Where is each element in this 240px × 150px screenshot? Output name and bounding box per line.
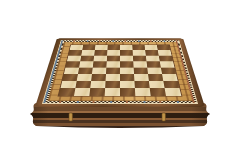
square-a2	[61, 81, 77, 88]
inlay-line	[42, 40, 198, 104]
square-h3	[162, 74, 178, 81]
square-c3	[91, 74, 106, 81]
square-e2	[120, 81, 135, 88]
square-g3	[148, 74, 163, 81]
square-f2	[134, 81, 149, 88]
square-c1	[89, 88, 105, 96]
walnut-frame	[35, 38, 205, 107]
square-f1	[135, 88, 151, 96]
square-d2	[105, 81, 120, 88]
square-e3	[120, 74, 134, 81]
square-b1	[74, 88, 90, 96]
brass-latch-left	[69, 113, 72, 121]
square-a3	[62, 74, 78, 81]
chess-board	[35, 38, 205, 107]
square-a1	[59, 88, 76, 96]
square-g2	[149, 81, 165, 88]
square-b2	[75, 81, 91, 88]
square-h2	[163, 81, 179, 88]
square-e1	[120, 88, 135, 96]
chess-board-grid	[59, 45, 182, 96]
brass-latch-right	[162, 113, 165, 121]
square-h1	[165, 88, 182, 96]
inner-walnut-line	[58, 44, 183, 96]
mosaic-inlay-border	[43, 40, 197, 103]
ornament-band	[48, 42, 193, 101]
square-c2	[90, 81, 105, 88]
square-d1	[105, 88, 120, 96]
square-b3	[77, 74, 92, 81]
square-d3	[106, 74, 120, 81]
square-g1	[150, 88, 166, 96]
square-f3	[134, 74, 149, 81]
chess-case-photo	[0, 0, 240, 150]
